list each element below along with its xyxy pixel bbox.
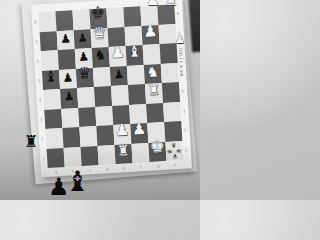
- square-d1[interactable]: [97, 144, 115, 164]
- square-a8[interactable]: [38, 11, 56, 31]
- square-h6[interactable]: [160, 43, 178, 63]
- black-pawn: ♟: [75, 50, 93, 63]
- captured-white-pawn: ♟: [175, 34, 185, 45]
- square-h2[interactable]: [164, 121, 182, 141]
- rank-label-right-2: 2: [184, 129, 187, 133]
- square-e7[interactable]: [108, 27, 126, 47]
- rank-label-left-3: 3: [40, 118, 43, 122]
- square-c4[interactable]: [77, 87, 95, 107]
- square-c6[interactable]: ♟: [75, 48, 93, 68]
- brand-text: Unicasa: [178, 48, 186, 79]
- black-pawn: ♟: [110, 68, 128, 81]
- captured-white-rook: ♜: [164, 0, 178, 8]
- square-c5[interactable]: ♛: [76, 68, 94, 88]
- square-f2[interactable]: ♟: [130, 123, 148, 143]
- white-knight: ♞: [144, 64, 162, 79]
- rank-label-left-7: 7: [35, 40, 38, 44]
- square-e5[interactable]: ♟: [110, 66, 128, 86]
- rank-label-left-5: 5: [37, 79, 40, 83]
- square-f6[interactable]: ♝: [126, 45, 144, 65]
- file-label-d: d: [106, 167, 109, 171]
- square-g1[interactable]: ♚: [148, 141, 166, 161]
- black-pawn: ♟: [57, 32, 75, 45]
- square-a4[interactable]: [43, 89, 61, 109]
- rank-label-right-4: 4: [181, 90, 184, 94]
- square-d5[interactable]: [93, 67, 111, 87]
- square-c3[interactable]: [78, 107, 96, 127]
- square-b7[interactable]: ♟: [57, 30, 75, 50]
- file-label-e: e: [123, 166, 126, 170]
- square-f5[interactable]: [127, 65, 145, 85]
- square-f4[interactable]: [128, 84, 146, 104]
- white-pawn: ♟: [141, 23, 159, 40]
- square-e3[interactable]: [112, 104, 130, 124]
- captured-black-bishop: ♝: [65, 168, 90, 196]
- square-g4[interactable]: ♜: [145, 83, 163, 103]
- white-bishop: ♝: [126, 44, 144, 60]
- black-knight: ♞: [92, 47, 110, 62]
- file-label-g: g: [157, 164, 160, 168]
- square-a3[interactable]: [44, 109, 62, 129]
- white-rook: ♜: [114, 142, 132, 157]
- square-b1[interactable]: [64, 146, 82, 166]
- logo-crown-0: ♛: [171, 142, 177, 148]
- square-e4[interactable]: [111, 85, 129, 105]
- square-c8[interactable]: [72, 9, 90, 29]
- white-pawn: ♟: [130, 121, 148, 138]
- rank-label-left-6: 6: [36, 59, 39, 63]
- black-bishop: ♝: [42, 69, 60, 85]
- white-rook: ♜: [145, 82, 163, 97]
- black-pawn: ♟: [74, 31, 92, 44]
- board-maker-logo: ♛♛♛♛: [165, 140, 183, 160]
- rank-label-left-8: 8: [34, 20, 37, 24]
- captured-black-rook: ♜: [24, 134, 38, 150]
- square-g3[interactable]: [146, 102, 164, 122]
- square-e6[interactable]: ♟: [109, 46, 127, 66]
- square-b6[interactable]: [58, 49, 76, 69]
- square-d8[interactable]: ♚: [89, 8, 107, 28]
- square-h5[interactable]: [161, 63, 179, 83]
- square-b4[interactable]: ♟: [60, 88, 78, 108]
- square-d2[interactable]: [96, 125, 114, 145]
- white-pawn: ♟: [109, 44, 127, 61]
- board-grid: ♚♟♟♛♟♟♞♟♝♝♟♛♟♞♟♜♟♟♜♚: [38, 4, 183, 168]
- square-b8[interactable]: [55, 10, 73, 30]
- rank-label-left-2: 2: [41, 137, 44, 141]
- chessboard-photo: { "game": "chess", "scene": "grayscale o…: [0, 0, 200, 200]
- square-a7[interactable]: [40, 31, 58, 51]
- square-h7[interactable]: [158, 24, 176, 44]
- square-g5[interactable]: ♞: [144, 64, 162, 84]
- square-b2[interactable]: [62, 127, 80, 147]
- square-e2[interactable]: ♟: [113, 124, 131, 144]
- square-b5[interactable]: ♟: [59, 69, 77, 89]
- square-g2[interactable]: [147, 122, 165, 142]
- square-f1[interactable]: [131, 142, 149, 162]
- file-label-f: f: [140, 165, 142, 169]
- square-c2[interactable]: [79, 126, 97, 146]
- square-b3[interactable]: [61, 108, 79, 128]
- square-h4[interactable]: [162, 82, 180, 102]
- rank-label-left-4: 4: [39, 98, 42, 102]
- rank-label-right-1: 1: [185, 148, 188, 152]
- rank-label-right-8: 8: [177, 12, 180, 16]
- black-pawn: ♟: [60, 90, 78, 103]
- square-a6[interactable]: [41, 50, 59, 70]
- square-d6[interactable]: ♞: [92, 47, 110, 67]
- square-g6[interactable]: [143, 44, 161, 64]
- square-d7[interactable]: ♛: [91, 28, 109, 48]
- square-d4[interactable]: [94, 86, 112, 106]
- square-d3[interactable]: [95, 105, 113, 125]
- chess-board: ♚♟♟♛♟♟♞♟♝♝♟♛♟♞♟♜♟♟♜♚ abcdefgh88776655443…: [31, 0, 192, 177]
- square-a1[interactable]: [47, 147, 65, 167]
- square-f3[interactable]: [129, 103, 147, 123]
- black-pawn: ♟: [59, 71, 77, 84]
- square-g7[interactable]: ♟: [141, 25, 159, 45]
- square-h3[interactable]: [163, 101, 181, 121]
- black-king: ♚: [89, 4, 107, 22]
- logo-crown-3: ♛: [172, 153, 178, 159]
- file-label-h: h: [174, 163, 177, 167]
- square-e1[interactable]: ♜: [114, 143, 132, 163]
- rank-label-left-1: 1: [42, 157, 45, 161]
- square-a5[interactable]: ♝: [42, 70, 60, 90]
- white-pawn: ♟: [113, 122, 131, 139]
- square-c7[interactable]: ♟: [74, 29, 92, 49]
- square-a2[interactable]: [45, 128, 63, 148]
- square-f8[interactable]: [123, 6, 141, 26]
- square-f7[interactable]: [124, 26, 142, 46]
- square-e8[interactable]: [106, 7, 124, 27]
- square-c1[interactable]: [81, 145, 99, 165]
- photo-shadow-top-right: [188, 0, 200, 52]
- rank-label-right-3: 3: [182, 109, 185, 113]
- captured-white-pawn: ♟: [146, 0, 159, 8]
